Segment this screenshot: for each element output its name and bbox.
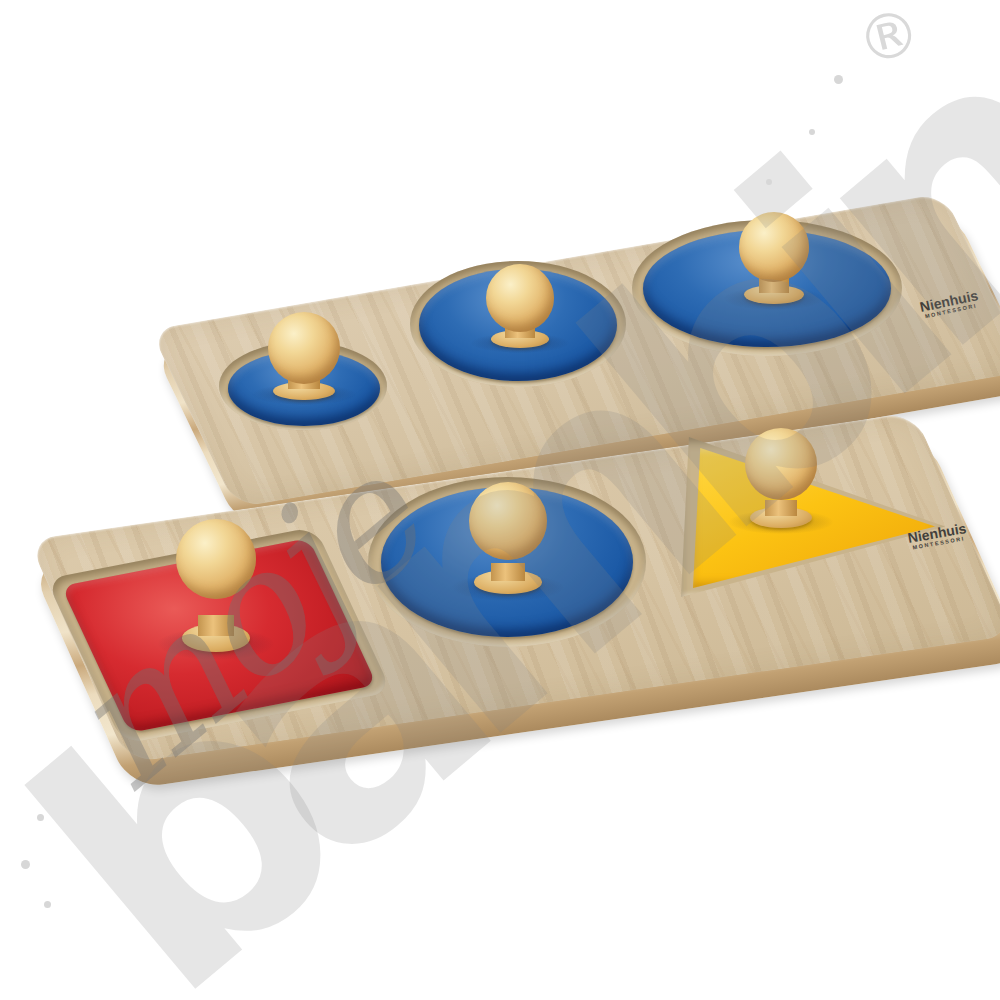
deco-dot bbox=[809, 129, 815, 135]
knob-neck bbox=[765, 500, 797, 516]
red-square-knob[interactable] bbox=[176, 519, 256, 652]
knob-sphere bbox=[745, 428, 817, 500]
deco-dot bbox=[766, 179, 772, 185]
knob-sphere bbox=[176, 519, 256, 599]
small-circle-knob[interactable] bbox=[268, 312, 340, 400]
triangle-knob[interactable] bbox=[745, 428, 817, 528]
deco-dot bbox=[44, 901, 51, 908]
product-photo-scene: Nienhuis MONTESSORI Nienhuis MONTESSORI … bbox=[0, 0, 1000, 1000]
knob-sphere bbox=[268, 312, 340, 384]
knob-sphere bbox=[486, 264, 554, 332]
medium-circle-knob[interactable] bbox=[486, 264, 554, 348]
large-circle-knob[interactable] bbox=[739, 212, 809, 304]
knob-sphere bbox=[739, 212, 809, 282]
knob-neck bbox=[491, 563, 525, 581]
deco-dot bbox=[21, 860, 30, 869]
registered-trademark-icon: ® bbox=[851, 0, 926, 75]
knob-sphere bbox=[469, 482, 547, 560]
deco-dot bbox=[37, 814, 44, 821]
knob-neck bbox=[198, 615, 233, 636]
deco-dot bbox=[834, 75, 843, 84]
front-circle-knob[interactable] bbox=[469, 482, 547, 594]
